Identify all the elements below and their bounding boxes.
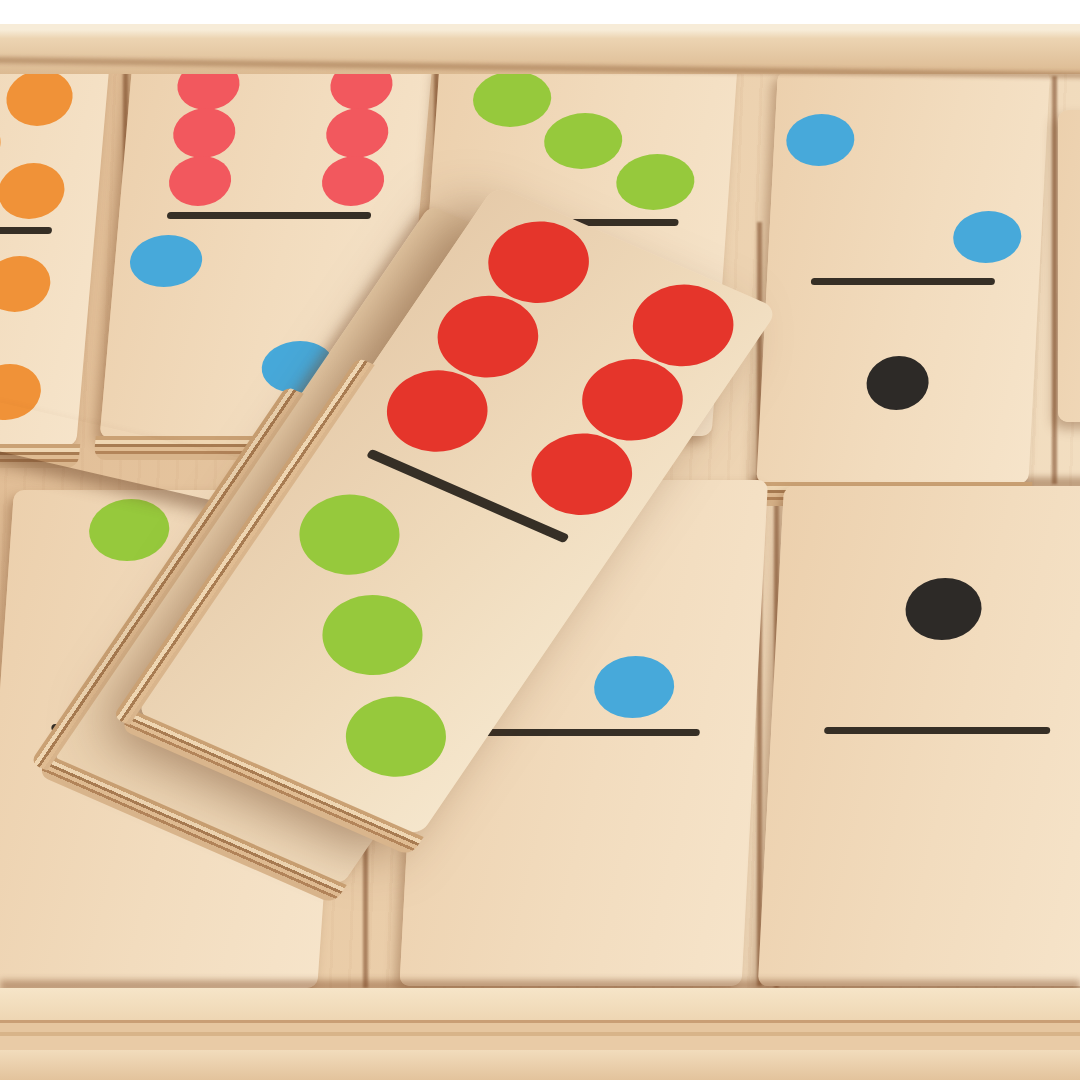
- domino-half-bottom: [756, 282, 1039, 484]
- pip-orange: [0, 116, 3, 172]
- pip-divider-line: [167, 212, 372, 219]
- pip-blue: [128, 235, 205, 287]
- pip-green: [471, 71, 553, 127]
- domino-black1-blank[interactable]: [758, 486, 1080, 986]
- dominoes-box-photo: [0, 0, 1080, 1080]
- box-front-face: [0, 1050, 1080, 1080]
- pip-red_soft: [324, 108, 390, 158]
- domino-edge-sliver[interactable]: [1058, 110, 1080, 422]
- pip-divider-line: [824, 727, 1050, 734]
- pip-divider-line: [810, 278, 995, 285]
- pip-green: [328, 682, 464, 791]
- box-front-rim-top: [0, 988, 1080, 1020]
- domino-half-top: [119, 56, 433, 216]
- pip-orange: [0, 163, 66, 219]
- domino-half-top: [767, 70, 1050, 282]
- domino-half-top: [771, 486, 1080, 731]
- pip-blue: [592, 656, 675, 718]
- pip-green: [542, 113, 624, 169]
- pip-green: [281, 480, 417, 589]
- pip-orange: [4, 70, 75, 126]
- pip-green: [614, 154, 696, 210]
- pip-blue: [785, 114, 856, 166]
- pip-red_soft: [320, 156, 386, 206]
- pip-orange: [0, 256, 53, 312]
- pip-green: [87, 499, 171, 561]
- domino-half-top: [428, 58, 738, 223]
- pip-black: [904, 578, 983, 640]
- pip-red_soft: [171, 108, 237, 158]
- box-front-rim-laminate: [0, 1020, 1080, 1050]
- domino-blue2-black1[interactable]: [756, 70, 1050, 484]
- background-white-strip: [0, 0, 1080, 24]
- pip-red_soft: [167, 156, 233, 206]
- pip-blue: [951, 211, 1022, 263]
- domino-half-top: [0, 58, 110, 231]
- tray-gap-line: [1052, 76, 1057, 484]
- pip-green: [305, 581, 441, 690]
- pip-divider-line: [0, 227, 52, 234]
- pip-divider-line: [467, 729, 700, 736]
- pip-black: [865, 356, 930, 410]
